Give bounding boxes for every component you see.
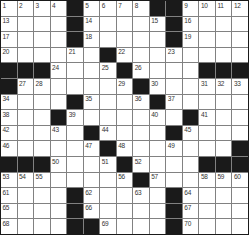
cell-r12c15[interactable]: 60 [232, 173, 248, 188]
clue-number: 10 [201, 2, 208, 9]
cell-r13c10[interactable] [150, 188, 166, 203]
block-r10c15 [232, 141, 248, 156]
cell-r9c13[interactable] [199, 126, 215, 141]
cell-r10c3[interactable] [34, 141, 50, 156]
cell-r15c3[interactable] [34, 219, 50, 234]
clue-number: 26 [135, 64, 142, 71]
cell-r4c15[interactable] [232, 48, 248, 63]
block-r11c1 [1, 157, 17, 172]
block-r11c3 [34, 157, 50, 172]
cell-r1c14[interactable]: 11 [216, 1, 232, 16]
clue-number: 70 [184, 220, 191, 227]
clue-number: 16 [184, 17, 191, 24]
clue-number: 30 [151, 80, 158, 87]
block-r7c5 [67, 95, 83, 110]
cell-r2c13[interactable] [199, 17, 215, 32]
cell-r9c4[interactable]: 43 [51, 126, 67, 141]
cell-r15c9[interactable] [133, 219, 149, 234]
cell-r8c2[interactable] [18, 110, 34, 125]
clue-number: 21 [69, 48, 76, 55]
clue-number: 27 [19, 80, 26, 87]
cell-r4c14[interactable] [216, 48, 232, 63]
cell-r12c2[interactable]: 54 [18, 173, 34, 188]
clue-number: 65 [3, 204, 10, 211]
cell-r1c15[interactable]: 12 [232, 1, 248, 16]
cell-r8c15[interactable] [232, 110, 248, 125]
block-r3c5 [67, 32, 83, 47]
cell-r6c15[interactable]: 33 [232, 79, 248, 94]
cell-r5c9[interactable]: 26 [133, 63, 149, 78]
clue-number: 63 [135, 189, 142, 196]
clue-number: 19 [184, 33, 191, 40]
block-r2c5 [67, 17, 83, 32]
cell-r12c7[interactable] [100, 173, 116, 188]
clue-number: 1 [3, 2, 6, 9]
clue-number: 68 [3, 220, 10, 227]
cell-r8c14[interactable] [216, 110, 232, 125]
cell-r15c10[interactable] [150, 219, 166, 234]
cell-r12c12[interactable] [183, 173, 199, 188]
cell-r6c8[interactable]: 29 [117, 79, 133, 94]
cell-r3c13[interactable] [199, 32, 215, 47]
cell-r12c10[interactable]: 57 [150, 173, 166, 188]
cell-r2c10[interactable]: 15 [150, 17, 166, 32]
cell-r11c4[interactable]: 50 [51, 157, 67, 172]
cell-r5c4[interactable]: 24 [51, 63, 67, 78]
cell-r4c6[interactable] [84, 48, 100, 63]
clue-number: 14 [85, 17, 92, 24]
clue-number: 46 [3, 142, 10, 149]
block-r10c7 [100, 141, 116, 156]
clue-number: 29 [118, 80, 125, 87]
cell-r13c7[interactable] [100, 188, 116, 203]
cell-r2c4[interactable] [51, 17, 67, 32]
block-r5c13 [199, 63, 215, 78]
cell-r15c4[interactable] [51, 219, 67, 234]
clue-number: 36 [135, 95, 142, 102]
cell-r14c10[interactable] [150, 204, 166, 219]
cell-r14c6[interactable]: 66 [84, 204, 100, 219]
cell-r3c9[interactable] [133, 32, 149, 47]
cell-r10c12[interactable] [183, 141, 199, 156]
clue-number: 49 [168, 142, 175, 149]
clue-number: 69 [102, 220, 109, 227]
cell-r9c12[interactable]: 45 [183, 126, 199, 141]
clue-number: 17 [3, 33, 10, 40]
cell-r13c14[interactable] [216, 188, 232, 203]
clue-number: 43 [52, 126, 59, 133]
clue-number: 39 [69, 111, 76, 118]
cell-r15c2[interactable] [18, 219, 34, 234]
cell-r15c14[interactable] [216, 219, 232, 234]
cell-r11c7[interactable]: 51 [100, 157, 116, 172]
clue-number: 50 [52, 158, 59, 165]
clue-number: 20 [3, 48, 10, 55]
cell-r7c1[interactable]: 34 [1, 95, 17, 110]
cell-r13c1[interactable]: 61 [1, 188, 17, 203]
cell-r10c4[interactable] [51, 141, 67, 156]
block-r7c10 [150, 95, 166, 110]
cell-r2c6[interactable]: 14 [84, 17, 100, 32]
cell-r4c8[interactable]: 22 [117, 48, 133, 63]
block-r13c11 [166, 188, 182, 203]
cell-r15c7[interactable]: 69 [100, 219, 116, 234]
cell-r7c14[interactable] [216, 95, 232, 110]
clue-number: 40 [151, 111, 158, 118]
clue-number: 44 [102, 126, 109, 133]
clue-number: 24 [52, 64, 59, 71]
cell-r13c4[interactable] [51, 188, 67, 203]
cell-r7c6[interactable]: 35 [84, 95, 100, 110]
cell-r1c3[interactable]: 3 [34, 1, 50, 16]
cell-r9c5[interactable] [67, 126, 83, 141]
cell-r9c7[interactable]: 44 [100, 126, 116, 141]
clue-number: 60 [234, 173, 241, 180]
cell-r5c10[interactable] [150, 63, 166, 78]
cell-r6c12[interactable] [183, 79, 199, 94]
clue-number: 6 [102, 2, 105, 9]
cell-r6c11[interactable] [166, 79, 182, 94]
cell-r11c11[interactable] [166, 157, 182, 172]
cell-r15c13[interactable] [199, 219, 215, 234]
clue-number: 12 [234, 2, 241, 9]
clue-number: 22 [118, 48, 125, 55]
block-r1c5 [67, 1, 83, 16]
cell-r8c6[interactable] [84, 110, 100, 125]
cell-r14c3[interactable] [34, 204, 50, 219]
cell-r4c9[interactable] [133, 48, 149, 63]
cell-r15c15[interactable] [232, 219, 248, 234]
block-r3c11 [166, 32, 182, 47]
clue-number: 13 [3, 17, 10, 24]
clue-number: 55 [36, 173, 43, 180]
clue-number: 51 [102, 158, 109, 165]
cell-r6c2[interactable]: 27 [18, 79, 34, 94]
cell-r14c13[interactable] [199, 204, 215, 219]
clue-number: 57 [151, 173, 158, 180]
cell-r5c12[interactable] [183, 63, 199, 78]
cell-r9c8[interactable] [117, 126, 133, 141]
cell-r4c12[interactable] [183, 48, 199, 63]
clue-number: 61 [3, 189, 10, 196]
cell-r1c12[interactable]: 9 [183, 1, 199, 16]
cell-r2c14[interactable] [216, 17, 232, 32]
cell-r3c7[interactable] [100, 32, 116, 47]
cell-r12c8[interactable]: 56 [117, 173, 133, 188]
cell-r5c7[interactable]: 25 [100, 63, 116, 78]
block-r14c5 [67, 204, 83, 219]
cell-r12c1[interactable]: 53 [1, 173, 17, 188]
block-r15c6 [84, 219, 100, 234]
block-r1c11 [166, 1, 182, 16]
clue-number: 66 [85, 204, 92, 211]
cell-r13c8[interactable] [117, 188, 133, 203]
clue-number: 53 [3, 173, 10, 180]
clue-number: 59 [217, 173, 224, 180]
cell-r8c5[interactable]: 39 [67, 110, 83, 125]
cell-r13c15[interactable] [232, 188, 248, 203]
cell-r14c4[interactable] [51, 204, 67, 219]
cell-r2c1[interactable]: 13 [1, 17, 17, 32]
block-r1c10 [150, 1, 166, 16]
clue-number: 35 [85, 95, 92, 102]
clue-number: 64 [184, 189, 191, 196]
block-r8c12 [183, 110, 199, 125]
block-r11c15 [232, 157, 248, 172]
cell-r10c8[interactable]: 48 [117, 141, 133, 156]
cell-r14c8[interactable] [117, 204, 133, 219]
cell-r10c2[interactable] [18, 141, 34, 156]
clue-number: 58 [201, 173, 208, 180]
clue-number: 25 [102, 64, 109, 71]
cell-r4c1[interactable]: 20 [1, 48, 17, 63]
cell-r4c5[interactable]: 21 [67, 48, 83, 63]
cell-r10c14[interactable] [216, 141, 232, 156]
cell-r5c11[interactable] [166, 63, 182, 78]
cell-r11c10[interactable] [150, 157, 166, 172]
block-r6c9 [133, 79, 149, 94]
cell-r8c1[interactable]: 38 [1, 110, 17, 125]
cell-r10c11[interactable]: 49 [166, 141, 182, 156]
cell-r6c3[interactable]: 28 [34, 79, 50, 94]
cell-r8c13[interactable]: 41 [199, 110, 215, 125]
cell-r1c4[interactable]: 4 [51, 1, 67, 16]
cell-r4c2[interactable] [18, 48, 34, 63]
cell-r3c3[interactable] [34, 32, 50, 47]
clue-number: 15 [151, 17, 158, 24]
cell-r6c7[interactable] [100, 79, 116, 94]
cell-r6c4[interactable] [51, 79, 67, 94]
cell-r11c5[interactable] [67, 157, 83, 172]
cell-r8c9[interactable] [133, 110, 149, 125]
clue-number: 56 [118, 173, 125, 180]
cell-r13c3[interactable] [34, 188, 50, 203]
cell-r9c1[interactable]: 42 [1, 126, 17, 141]
cell-r7c11[interactable]: 37 [166, 95, 182, 110]
clue-number: 38 [3, 111, 10, 118]
cell-r2c3[interactable] [34, 17, 50, 32]
block-r5c1 [1, 63, 17, 78]
block-r4c7 [100, 48, 116, 63]
block-r5c15 [232, 63, 248, 78]
cell-r5c6[interactable] [84, 63, 100, 78]
clue-number: 42 [3, 126, 10, 133]
cell-r3c12[interactable]: 19 [183, 32, 199, 47]
clue-number: 32 [217, 80, 224, 87]
cell-r4c3[interactable] [34, 48, 50, 63]
clue-number: 62 [85, 189, 92, 196]
cell-r7c7[interactable] [100, 95, 116, 110]
cell-r4c11[interactable]: 23 [166, 48, 182, 63]
cell-r14c9[interactable] [133, 204, 149, 219]
cell-r10c1[interactable]: 46 [1, 141, 17, 156]
cell-r12c5[interactable] [67, 173, 83, 188]
block-r11c14 [216, 157, 232, 172]
cell-r14c2[interactable] [18, 204, 34, 219]
cell-r8c10[interactable]: 40 [150, 110, 166, 125]
clue-number: 2 [19, 2, 22, 9]
cell-r13c12[interactable]: 64 [183, 188, 199, 203]
cell-r15c12[interactable]: 70 [183, 219, 199, 234]
cell-r10c13[interactable] [199, 141, 215, 156]
cell-r4c10[interactable] [150, 48, 166, 63]
block-r5c8 [117, 63, 133, 78]
cell-r3c6[interactable]: 18 [84, 32, 100, 47]
cell-r9c2[interactable] [18, 126, 34, 141]
crossword-grid: 1234567891011121314151617181920212223242… [0, 0, 249, 235]
clue-number: 3 [36, 2, 39, 9]
cell-r14c15[interactable] [232, 204, 248, 219]
cell-r9c3[interactable] [34, 126, 50, 141]
block-r15c11 [166, 219, 182, 234]
cell-r6c13[interactable]: 31 [199, 79, 215, 94]
cell-r10c9[interactable] [133, 141, 149, 156]
cell-r4c13[interactable] [199, 48, 215, 63]
cell-r12c14[interactable]: 59 [216, 173, 232, 188]
cell-r1c9[interactable]: 8 [133, 1, 149, 16]
cell-r14c14[interactable] [216, 204, 232, 219]
cell-r7c2[interactable] [18, 95, 34, 110]
cell-r2c9[interactable] [133, 17, 149, 32]
cell-r11c12[interactable] [183, 157, 199, 172]
block-r11c8 [117, 157, 133, 172]
cell-r3c14[interactable] [216, 32, 232, 47]
clue-number: 7 [118, 2, 121, 9]
cell-r6c5[interactable] [67, 79, 83, 94]
cell-r8c7[interactable] [100, 110, 116, 125]
cell-r7c13[interactable] [199, 95, 215, 110]
block-r5c14 [216, 63, 232, 78]
cell-r8c3[interactable] [34, 110, 50, 125]
clue-number: 18 [85, 33, 92, 40]
cell-r9c10[interactable] [150, 126, 166, 141]
block-r9c6 [84, 126, 100, 141]
cell-r6c6[interactable] [84, 79, 100, 94]
clue-number: 41 [201, 111, 208, 118]
cell-r3c4[interactable] [51, 32, 67, 47]
cell-r9c9[interactable] [133, 126, 149, 141]
cell-r3c1[interactable]: 17 [1, 32, 17, 47]
clue-number: 48 [118, 142, 125, 149]
block-r6c1 [1, 79, 17, 94]
cell-r1c2[interactable]: 2 [18, 1, 34, 16]
cell-r1c13[interactable]: 10 [199, 1, 215, 16]
cell-r2c7[interactable] [100, 17, 116, 32]
cell-r6c10[interactable]: 30 [150, 79, 166, 94]
cell-r10c6[interactable]: 47 [84, 141, 100, 156]
cell-r12c13[interactable]: 58 [199, 173, 215, 188]
cell-r7c9[interactable]: 36 [133, 95, 149, 110]
block-r14c11 [166, 204, 182, 219]
clue-number: 31 [201, 80, 208, 87]
cell-r9c14[interactable] [216, 126, 232, 141]
cell-r10c10[interactable] [150, 141, 166, 156]
clue-number: 28 [36, 80, 43, 87]
block-r11c13 [199, 157, 215, 172]
cell-r1c1[interactable]: 1 [1, 1, 17, 16]
clue-number: 34 [3, 95, 10, 102]
cell-r11c6[interactable] [84, 157, 100, 172]
block-r11c2 [18, 157, 34, 172]
block-r5c3 [34, 63, 50, 78]
clue-number: 37 [168, 95, 175, 102]
cell-r2c15[interactable] [232, 17, 248, 32]
cell-r2c8[interactable] [117, 17, 133, 32]
block-r2c11 [166, 17, 182, 32]
clue-number: 52 [135, 158, 142, 165]
cell-r7c12[interactable] [183, 95, 199, 110]
cell-r8c11[interactable] [166, 110, 182, 125]
cell-r8c8[interactable] [117, 110, 133, 125]
cell-r7c15[interactable] [232, 95, 248, 110]
cell-r7c4[interactable] [51, 95, 67, 110]
cell-r9c15[interactable] [232, 126, 248, 141]
cell-r14c1[interactable]: 65 [1, 204, 17, 219]
cell-r14c12[interactable]: 67 [183, 204, 199, 219]
clue-number: 54 [19, 173, 26, 180]
cell-r3c10[interactable] [150, 32, 166, 47]
clue-number: 4 [52, 2, 55, 9]
cell-r1c6[interactable]: 5 [84, 1, 100, 16]
cell-r12c3[interactable]: 55 [34, 173, 50, 188]
cell-r1c7[interactable]: 6 [100, 1, 116, 16]
cell-r6c14[interactable]: 32 [216, 79, 232, 94]
cell-r5c5[interactable] [67, 63, 83, 78]
cell-r15c1[interactable]: 68 [1, 219, 17, 234]
block-r13c5 [67, 188, 83, 203]
block-r5c2 [18, 63, 34, 78]
clue-number: 47 [85, 142, 92, 149]
cell-r7c8[interactable] [117, 95, 133, 110]
cell-r2c2[interactable] [18, 17, 34, 32]
clue-number: 11 [217, 2, 223, 9]
cell-r13c13[interactable] [199, 188, 215, 203]
clue-number: 23 [168, 48, 175, 55]
cell-r3c15[interactable] [232, 32, 248, 47]
cell-r3c8[interactable] [117, 32, 133, 47]
cell-r15c8[interactable] [117, 219, 133, 234]
block-r8c4 [51, 110, 67, 125]
block-r9c11 [166, 126, 182, 141]
cell-r13c6[interactable]: 62 [84, 188, 100, 203]
cell-r12c6[interactable] [84, 173, 100, 188]
cell-r13c2[interactable] [18, 188, 34, 203]
cell-r12c4[interactable] [51, 173, 67, 188]
clue-number: 9 [184, 2, 187, 9]
cell-r2c12[interactable]: 16 [183, 17, 199, 32]
block-r12c9 [133, 173, 149, 188]
cell-r14c7[interactable] [100, 204, 116, 219]
block-r15c5 [67, 219, 83, 234]
cell-r1c8[interactable]: 7 [117, 1, 133, 16]
cell-r3c2[interactable] [18, 32, 34, 47]
clue-number: 45 [184, 126, 191, 133]
cell-r11c9[interactable]: 52 [133, 157, 149, 172]
cell-r12c11[interactable] [166, 173, 182, 188]
clue-number: 67 [184, 204, 191, 211]
clue-number: 33 [234, 80, 241, 87]
cell-r13c9[interactable]: 63 [133, 188, 149, 203]
cell-r4c4[interactable] [51, 48, 67, 63]
cell-r7c3[interactable] [34, 95, 50, 110]
clue-number: 5 [85, 2, 88, 9]
clue-number: 8 [135, 2, 138, 9]
cell-r10c5[interactable] [67, 141, 83, 156]
